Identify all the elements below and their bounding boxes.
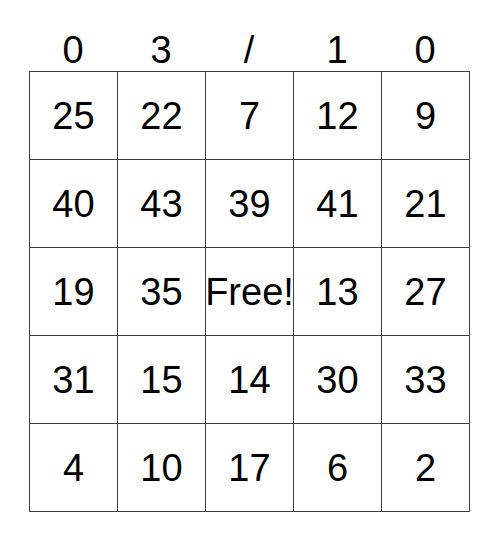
header-char: 0	[381, 31, 469, 69]
bingo-cell-r2c0[interactable]: 19	[30, 248, 118, 336]
bingo-cell-r0c4[interactable]: 9	[382, 72, 470, 160]
bingo-cell-r1c0[interactable]: 40	[30, 160, 118, 248]
free-cell[interactable]: Free!	[206, 248, 294, 336]
card-header-date: 0 3 / 1 0	[29, 0, 470, 71]
header-char: 0	[29, 31, 117, 69]
bingo-cell-r0c1[interactable]: 22	[118, 72, 206, 160]
bingo-cell-r1c2[interactable]: 39	[206, 160, 294, 248]
bingo-cell-r2c3[interactable]: 13	[294, 248, 382, 336]
bingo-cell-r3c2[interactable]: 14	[206, 336, 294, 424]
bingo-cell-r1c4[interactable]: 21	[382, 160, 470, 248]
bingo-grid: 25 22 7 12 9 40 43 39 41 21 19 35 Free! …	[29, 71, 470, 512]
bingo-card: 0 3 / 1 0 25 22 7 12 9 40 43 39 41 21 19…	[29, 0, 470, 512]
bingo-cell-r0c0[interactable]: 25	[30, 72, 118, 160]
bingo-cell-r4c3[interactable]: 6	[294, 424, 382, 512]
bingo-cell-r3c3[interactable]: 30	[294, 336, 382, 424]
bingo-cell-r2c4[interactable]: 27	[382, 248, 470, 336]
bingo-cell-r4c4[interactable]: 2	[382, 424, 470, 512]
bingo-cell-r1c3[interactable]: 41	[294, 160, 382, 248]
bingo-cell-r0c2[interactable]: 7	[206, 72, 294, 160]
bingo-cell-r4c1[interactable]: 10	[118, 424, 206, 512]
bingo-cell-r3c1[interactable]: 15	[118, 336, 206, 424]
bingo-cell-r4c2[interactable]: 17	[206, 424, 294, 512]
bingo-cell-r4c0[interactable]: 4	[30, 424, 118, 512]
bingo-cell-r3c0[interactable]: 31	[30, 336, 118, 424]
header-char: 1	[293, 31, 381, 69]
bingo-cell-r0c3[interactable]: 12	[294, 72, 382, 160]
bingo-cell-r1c1[interactable]: 43	[118, 160, 206, 248]
bingo-cell-r2c1[interactable]: 35	[118, 248, 206, 336]
header-char-slash: /	[205, 31, 293, 69]
bingo-cell-r3c4[interactable]: 33	[382, 336, 470, 424]
header-char: 3	[117, 31, 205, 69]
